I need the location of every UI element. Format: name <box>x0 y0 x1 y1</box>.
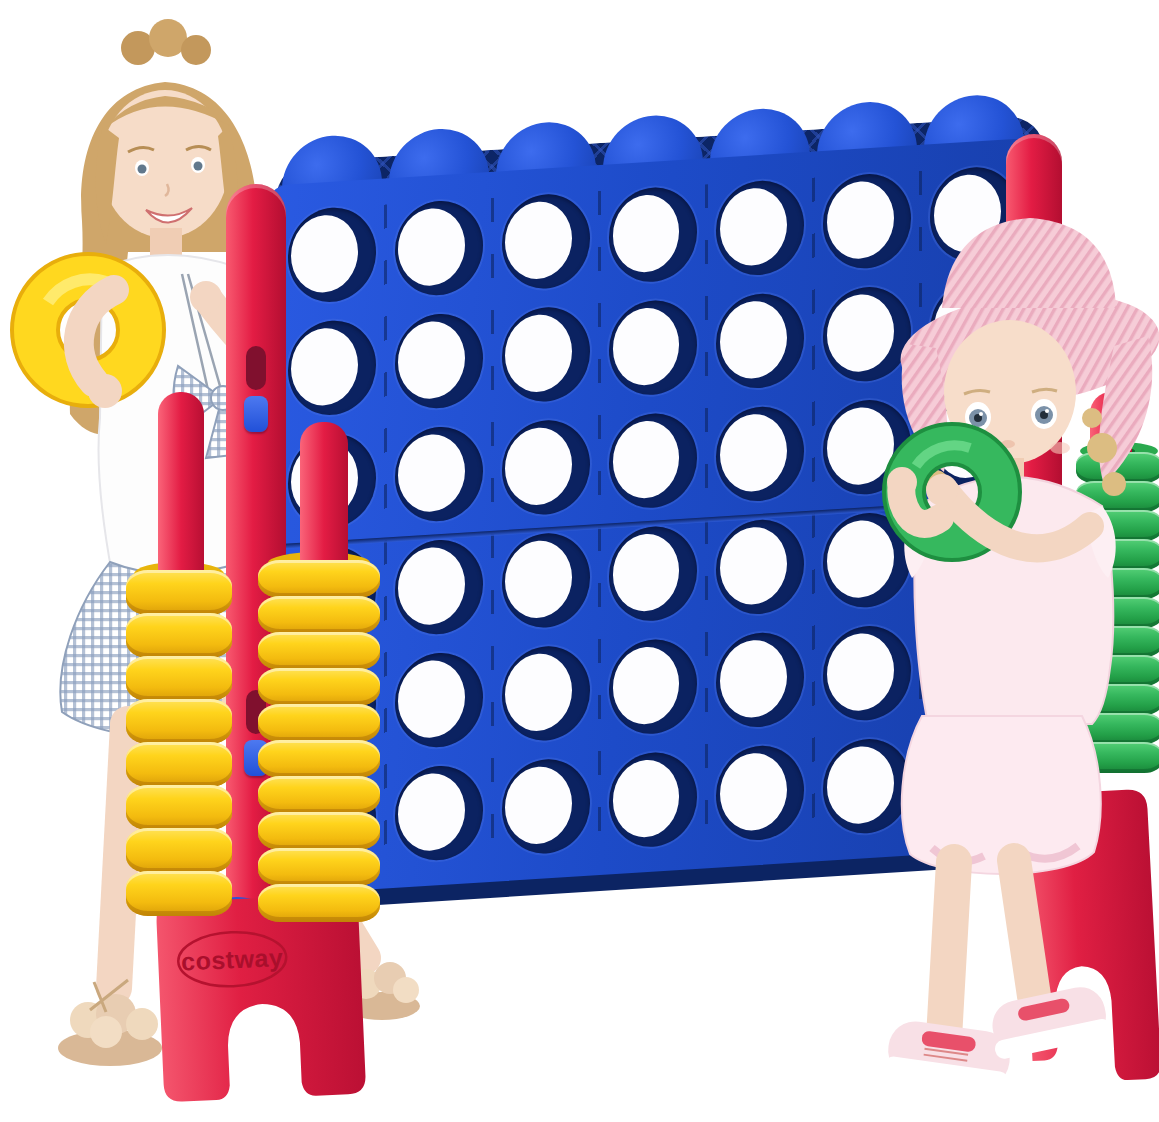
toddler-right <box>852 196 1159 1104</box>
yellow-disc[interactable] <box>258 596 380 634</box>
yellow-disc[interactable] <box>258 632 380 670</box>
yellow-disc[interactable] <box>126 656 232 701</box>
yellow-disc[interactable] <box>126 613 232 658</box>
toddler-leg <box>944 862 954 1038</box>
yellow-disc[interactable] <box>126 871 232 916</box>
product-photo-scene: costway <box>0 0 1159 1122</box>
toddler-hand <box>887 467 917 497</box>
board-column-3[interactable] <box>492 119 599 894</box>
yellow-disc[interactable] <box>258 560 380 598</box>
board-column-5[interactable] <box>707 106 814 881</box>
girl-hand <box>190 281 222 313</box>
toddler-hand <box>926 474 958 506</box>
yellow-disc[interactable] <box>126 828 232 873</box>
disc-pole <box>300 422 348 574</box>
base-left-body <box>156 894 367 1103</box>
yellow-disc[interactable] <box>126 785 232 830</box>
yellow-disc[interactable] <box>258 704 380 742</box>
brand-logo: costway <box>181 943 284 975</box>
yellow-disc[interactable] <box>126 699 232 744</box>
yellow-disc[interactable] <box>126 742 232 787</box>
disc-pole <box>158 392 204 584</box>
yellow-disc[interactable] <box>258 884 380 922</box>
yellow-disc[interactable] <box>258 740 380 778</box>
girl-bun <box>181 35 211 65</box>
yellow-disc[interactable] <box>258 668 380 706</box>
toddler-leg <box>1014 860 1034 996</box>
yellow-disc[interactable] <box>258 848 380 886</box>
board-column-4[interactable] <box>599 112 706 887</box>
lock-peg[interactable] <box>244 396 268 432</box>
girl-neck <box>150 228 182 256</box>
yellow-disc[interactable] <box>258 776 380 814</box>
yellow-disc[interactable] <box>258 812 380 850</box>
girl-hand <box>88 374 122 408</box>
post-slot <box>246 346 266 390</box>
blush <box>1050 442 1070 454</box>
girl-eye <box>194 162 203 171</box>
girl-eye <box>138 165 147 174</box>
yellow-disc[interactable] <box>126 570 232 615</box>
toddler-shoe <box>986 982 1113 1060</box>
